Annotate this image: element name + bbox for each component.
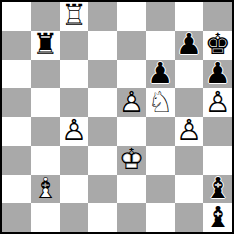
piece-glyph: ♟ <box>203 59 232 88</box>
square-e6[interactable] <box>117 60 146 89</box>
piece-glyph: ♙ <box>117 87 146 116</box>
piece-glyph: ♗ <box>31 174 60 203</box>
square-g5[interactable] <box>175 88 204 117</box>
square-g4[interactable]: ♟♙ <box>175 117 204 146</box>
black-bishop: ♝ <box>203 203 232 232</box>
square-d7[interactable] <box>88 31 117 60</box>
piece-fill: ♟ <box>175 116 204 145</box>
piece-glyph: ♟ <box>175 30 204 59</box>
square-f2[interactable] <box>146 175 175 204</box>
square-h1[interactable]: ♝ <box>203 203 232 232</box>
square-f5[interactable]: ♞♘ <box>146 88 175 117</box>
piece-glyph: ♝ <box>203 174 232 203</box>
square-c2[interactable] <box>60 175 89 204</box>
piece-glyph: ♘ <box>146 87 175 116</box>
chess-board: ♜♖♜♟♚♟♟♟♙♞♘♟♙♟♙♟♙♚♔♝♗♝♝ <box>0 0 234 234</box>
piece-fill: ♟ <box>117 87 146 116</box>
square-d3[interactable] <box>88 146 117 175</box>
square-a5[interactable] <box>2 88 31 117</box>
square-e5[interactable]: ♟♙ <box>117 88 146 117</box>
white-pawn: ♟♙ <box>60 117 89 146</box>
piece-fill: ♟ <box>60 116 89 145</box>
square-g6[interactable] <box>175 60 204 89</box>
square-a7[interactable] <box>2 31 31 60</box>
square-e4[interactable] <box>117 117 146 146</box>
square-e3[interactable]: ♚♔ <box>117 146 146 175</box>
square-g8[interactable] <box>175 2 204 31</box>
piece-glyph: ♙ <box>60 116 89 145</box>
square-c5[interactable] <box>60 88 89 117</box>
square-e2[interactable] <box>117 175 146 204</box>
square-g7[interactable]: ♟ <box>175 31 204 60</box>
square-g2[interactable] <box>175 175 204 204</box>
white-bishop: ♝♗ <box>31 175 60 204</box>
white-pawn: ♟♙ <box>175 117 204 146</box>
white-pawn: ♟♙ <box>203 88 232 117</box>
square-e8[interactable] <box>117 2 146 31</box>
square-e7[interactable] <box>117 31 146 60</box>
square-d1[interactable] <box>88 203 117 232</box>
white-king: ♚♔ <box>117 146 146 175</box>
square-f8[interactable] <box>146 2 175 31</box>
square-a8[interactable] <box>2 2 31 31</box>
square-d2[interactable] <box>88 175 117 204</box>
square-c3[interactable] <box>60 146 89 175</box>
square-g3[interactable] <box>175 146 204 175</box>
white-rook: ♜♖ <box>60 2 89 31</box>
black-pawn: ♟ <box>203 60 232 89</box>
square-h6[interactable]: ♟ <box>203 60 232 89</box>
square-f4[interactable] <box>146 117 175 146</box>
piece-glyph: ♖ <box>60 1 89 30</box>
piece-glyph: ♚ <box>203 30 232 59</box>
piece-glyph: ♙ <box>175 116 204 145</box>
chess-diagram: ♜♖♜♟♚♟♟♟♙♞♘♟♙♟♙♟♙♚♔♝♗♝♝ <box>0 0 234 234</box>
piece-glyph: ♟ <box>146 59 175 88</box>
square-c6[interactable] <box>60 60 89 89</box>
square-c8[interactable]: ♜♖ <box>60 2 89 31</box>
square-a2[interactable] <box>2 175 31 204</box>
square-a6[interactable] <box>2 60 31 89</box>
square-b6[interactable] <box>31 60 60 89</box>
piece-glyph: ♜ <box>31 30 60 59</box>
square-a1[interactable] <box>2 203 31 232</box>
piece-fill: ♚ <box>117 145 146 174</box>
piece-fill: ♟ <box>203 87 232 116</box>
square-b3[interactable] <box>31 146 60 175</box>
black-pawn: ♟ <box>146 60 175 89</box>
square-c1[interactable] <box>60 203 89 232</box>
piece-glyph: ♝ <box>203 202 232 231</box>
square-g1[interactable] <box>175 203 204 232</box>
black-rook: ♜ <box>31 31 60 60</box>
square-b2[interactable]: ♝♗ <box>31 175 60 204</box>
square-f6[interactable]: ♟ <box>146 60 175 89</box>
black-king: ♚ <box>203 31 232 60</box>
piece-fill: ♞ <box>146 87 175 116</box>
square-b4[interactable] <box>31 117 60 146</box>
square-h2[interactable]: ♝ <box>203 175 232 204</box>
square-f3[interactable] <box>146 146 175 175</box>
square-a3[interactable] <box>2 146 31 175</box>
square-b7[interactable]: ♜ <box>31 31 60 60</box>
white-pawn: ♟♙ <box>117 88 146 117</box>
piece-fill: ♜ <box>60 1 89 30</box>
square-e1[interactable] <box>117 203 146 232</box>
square-d8[interactable] <box>88 2 117 31</box>
square-c7[interactable] <box>60 31 89 60</box>
square-c4[interactable]: ♟♙ <box>60 117 89 146</box>
square-h8[interactable] <box>203 2 232 31</box>
square-d6[interactable] <box>88 60 117 89</box>
square-b8[interactable] <box>31 2 60 31</box>
square-b5[interactable] <box>31 88 60 117</box>
square-a4[interactable] <box>2 117 31 146</box>
square-h7[interactable]: ♚ <box>203 31 232 60</box>
square-h5[interactable]: ♟♙ <box>203 88 232 117</box>
white-knight: ♞♘ <box>146 88 175 117</box>
square-b1[interactable] <box>31 203 60 232</box>
black-bishop: ♝ <box>203 175 232 204</box>
piece-glyph: ♔ <box>117 145 146 174</box>
square-d5[interactable] <box>88 88 117 117</box>
square-f7[interactable] <box>146 31 175 60</box>
square-h4[interactable] <box>203 117 232 146</box>
piece-glyph: ♙ <box>203 87 232 116</box>
square-h3[interactable] <box>203 146 232 175</box>
piece-fill: ♝ <box>31 174 60 203</box>
square-d4[interactable] <box>88 117 117 146</box>
black-pawn: ♟ <box>175 31 204 60</box>
square-f1[interactable] <box>146 203 175 232</box>
